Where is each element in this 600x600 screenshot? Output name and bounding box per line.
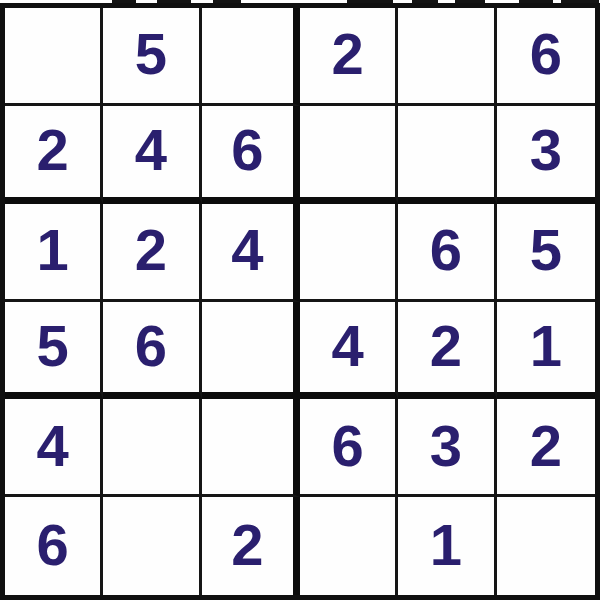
cell-r6c3: 2 [202,497,300,595]
given-digit: 6 [430,221,462,279]
cell-r4c2: 6 [103,302,201,400]
cell-r3c4[interactable] [300,204,398,302]
cell-r1c6: 6 [497,8,595,106]
given-digit: 2 [530,417,562,475]
cell-r1c4: 2 [300,8,398,106]
given-digit: 2 [332,25,364,83]
given-digit: 1 [530,317,562,375]
cell-r5c6: 2 [497,399,595,497]
cell-r5c4: 6 [300,399,398,497]
given-digit: 6 [135,317,167,375]
cell-r2c2: 4 [103,106,201,204]
given-digit: 5 [135,25,167,83]
given-digit: 6 [37,516,69,574]
given-digit: 6 [231,121,263,179]
given-digit: 6 [332,417,364,475]
sudoku-page: 526246312465564214632621 [0,0,600,600]
cell-r5c1: 4 [5,399,103,497]
cell-r6c6[interactable] [497,497,595,595]
given-digit: 4 [332,317,364,375]
given-digit: 4 [135,121,167,179]
cell-r6c5: 1 [398,497,496,595]
cell-r3c6: 5 [497,204,595,302]
given-digit: 4 [231,221,263,279]
given-digit: 5 [37,317,69,375]
cell-r1c5[interactable] [398,8,496,106]
cell-r2c6: 3 [497,106,595,204]
cell-r1c3[interactable] [202,8,300,106]
given-digit: 6 [530,25,562,83]
cell-r2c3: 6 [202,106,300,204]
given-digit: 2 [430,317,462,375]
cell-r3c1: 1 [5,204,103,302]
given-digit: 3 [430,417,462,475]
cell-r2c5[interactable] [398,106,496,204]
given-digit: 3 [530,121,562,179]
given-digit: 4 [37,417,69,475]
cell-r4c5: 2 [398,302,496,400]
cell-r4c6: 1 [497,302,595,400]
cell-r6c1: 6 [5,497,103,595]
sudoku-board: 526246312465564214632621 [0,3,600,600]
given-digit: 1 [37,221,69,279]
cell-r2c1: 2 [5,106,103,204]
given-digit: 2 [135,221,167,279]
cell-r5c5: 3 [398,399,496,497]
cell-r1c2: 5 [103,8,201,106]
given-digit: 1 [430,516,462,574]
given-digit: 2 [37,121,69,179]
cell-r4c4: 4 [300,302,398,400]
cell-r5c2[interactable] [103,399,201,497]
cell-r4c3[interactable] [202,302,300,400]
cell-r2c4[interactable] [300,106,398,204]
cell-r3c2: 2 [103,204,201,302]
cell-r6c4[interactable] [300,497,398,595]
given-digit: 5 [530,221,562,279]
given-digit: 2 [231,516,263,574]
cell-r5c3[interactable] [202,399,300,497]
cell-r3c5: 6 [398,204,496,302]
cell-r3c3: 4 [202,204,300,302]
cell-r6c2[interactable] [103,497,201,595]
cell-r4c1: 5 [5,302,103,400]
cell-r1c1[interactable] [5,8,103,106]
